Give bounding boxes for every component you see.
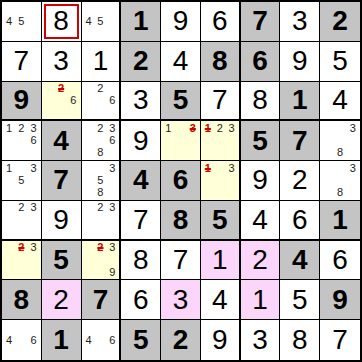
cell-r9c5[interactable]: 2 [161,320,201,360]
cell-r2c6[interactable]: 8 [201,42,241,82]
solved-digit: 6 [133,286,149,314]
cell-r4c7[interactable]: 5 [241,121,281,161]
candidate-4: 4 [83,15,95,27]
solved-digit: 8 [252,86,268,114]
cell-r2c1[interactable]: 7 [2,42,42,82]
cell-r1c2[interactable]: 8 [42,2,82,42]
candidate-2: 2 [15,122,27,134]
candidates: 32 [3,242,40,279]
candidates: 23 [83,202,119,238]
cell-r2c5[interactable]: 4 [161,42,201,82]
cell-r8c3[interactable]: 7 [82,280,122,320]
cell-r4c1[interactable]: 1236 [2,121,42,161]
candidate-3: 3 [346,162,359,174]
cell-r5c4[interactable]: 4 [121,161,161,201]
cell-r6c5[interactable]: 8 [161,201,201,241]
solved-digit: 9 [133,127,149,155]
cell-r3c1[interactable]: 9 [2,82,42,122]
candidate-4: 4 [3,334,15,347]
cell-r6c7[interactable]: 4 [241,201,281,241]
cell-r5c3[interactable]: 358 [82,161,122,201]
solved-digit: 7 [212,86,228,114]
given-digit: 5 [173,86,189,114]
cell-r9c7[interactable]: 3 [241,320,281,360]
cell-r5c5[interactable]: 6 [161,161,201,201]
given-digit: 1 [332,206,348,234]
solved-digit: 9 [212,326,228,354]
solved-digit: 4 [212,286,228,314]
candidate-5: 5 [94,15,106,27]
given-digit: 8 [173,206,189,234]
cell-r5c2[interactable]: 7 [42,161,82,201]
solved-digit: 3 [292,7,308,35]
candidate-6: 6 [67,94,79,106]
given-digit: 9 [332,286,348,314]
struck-candidate-1: 1 [202,122,214,134]
candidates: 45 [83,3,119,40]
candidates: 46 [3,321,40,359]
solved-digit: 6 [332,246,348,274]
solved-digit: 4 [173,47,189,75]
struck-candidate-1: 1 [202,162,214,174]
candidates: 46 [83,321,119,359]
candidate-3: 3 [106,122,118,134]
candidates: 45 [3,3,40,40]
given-digit: 6 [252,47,268,75]
cell-r7c4[interactable]: 8 [121,241,161,281]
candidates: 62 [43,83,80,119]
solved-digit: 2 [252,246,268,274]
solved-digit: 2 [292,166,308,194]
cell-r3c5[interactable]: 5 [161,82,201,122]
candidate-3: 3 [28,202,40,214]
cell-r7c2[interactable]: 5 [42,241,82,281]
candidate-2: 2 [94,83,106,95]
candidates: 135 [3,162,40,199]
given-digit: 1 [133,7,149,35]
candidate-3: 3 [106,202,118,214]
given-digit: 6 [173,166,189,194]
candidate-2: 2 [15,202,27,214]
solved-digit: 3 [133,86,149,114]
cell-r4c4[interactable]: 9 [121,121,161,161]
solved-digit: 1 [252,286,268,314]
solved-digit: 2 [53,286,69,314]
candidates: 23 [3,202,40,238]
cell-r3c7[interactable]: 8 [241,82,281,122]
cell-r4c9[interactable]: 38 [320,121,360,161]
given-digit: 5 [212,206,228,234]
solved-digit: 9 [173,7,189,35]
cell-r5c9[interactable]: 38 [320,161,360,201]
candidate-4: 4 [3,15,15,27]
candidate-2: 2 [94,122,106,134]
candidates: 392 [83,242,119,279]
candidates: 1236 [3,122,40,159]
given-digit: 1 [53,326,69,354]
cell-r8c7[interactable]: 1 [241,280,281,320]
given-digit: 2 [173,326,189,354]
given-digit: 5 [252,127,268,155]
cell-r1c1[interactable]: 45 [2,2,42,42]
solved-digit: 7 [133,206,149,234]
cell-r5c7[interactable]: 9 [241,161,281,201]
cell-r7c8[interactable]: 4 [280,241,320,281]
candidate-3: 3 [346,122,359,134]
cell-r9c4[interactable]: 5 [121,320,161,360]
cell-r3c4[interactable]: 3 [121,82,161,122]
candidates: 31 [202,162,238,199]
candidate-3: 3 [226,162,238,174]
cell-r1c5[interactable]: 9 [161,2,201,42]
candidates: 2368 [83,122,119,159]
given-digit: 5 [53,246,69,274]
candidates: 38 [321,162,359,199]
solved-digit: 4 [252,206,268,234]
candidate-3: 3 [106,162,118,174]
cell-r3c2[interactable]: 62 [42,82,82,122]
given-digit: 5 [133,326,149,354]
cell-r7c5[interactable]: 7 [161,241,201,281]
solved-digit: 3 [53,47,69,75]
given-digit: 9 [14,86,30,114]
cell-r2c7[interactable]: 6 [241,42,281,82]
cell-r3c6[interactable]: 7 [201,82,241,122]
cell-r8c6[interactable]: 4 [201,280,241,320]
cell-r7c3[interactable]: 392 [82,241,122,281]
given-digit: 4 [53,127,69,155]
solved-digit: 1 [93,47,109,75]
candidates: 358 [83,162,119,199]
candidate-2: 2 [94,202,106,214]
solved-digit: 7 [14,47,30,75]
cell-r7c6[interactable]: 1 [201,241,241,281]
solved-digit: 1 [212,246,228,274]
candidate-8: 8 [334,187,347,199]
solved-digit: 8 [53,7,69,35]
sudoku-board: 4584519673273124869596226357814123642368… [0,0,362,362]
given-digit: 4 [133,166,149,194]
cell-r8c9[interactable]: 9 [320,280,360,320]
candidate-9: 9 [106,266,118,278]
candidate-3: 3 [28,162,40,174]
cell-r1c6[interactable]: 6 [201,2,241,42]
candidates: 231 [202,122,238,159]
candidate-8: 8 [94,147,106,159]
struck-candidate-2: 2 [55,83,67,95]
candidates: 13 [162,122,199,159]
given-digit: 7 [252,7,268,35]
cell-r1c3[interactable]: 45 [82,2,122,42]
cell-r8c5[interactable]: 3 [161,280,201,320]
candidate-6: 6 [106,135,118,147]
candidate-3: 3 [226,122,238,134]
candidate-5: 5 [94,174,106,186]
cell-r2c2[interactable]: 3 [42,42,82,82]
cell-r9c1[interactable]: 46 [2,320,42,360]
solved-digit: 4 [332,86,348,114]
cell-r7c1[interactable]: 32 [2,241,42,281]
candidate-5: 5 [15,15,27,27]
cell-r8c8[interactable]: 5 [280,280,320,320]
given-digit: 7 [93,286,109,314]
solved-digit: 3 [173,286,189,314]
cell-r6c6[interactable]: 5 [201,201,241,241]
solved-digit: 3 [252,326,268,354]
cell-r2c9[interactable]: 5 [320,42,360,82]
cell-r8c2[interactable]: 2 [42,280,82,320]
candidate-1: 1 [3,122,15,134]
candidate-6: 6 [28,334,40,347]
cell-r4c5[interactable]: 13 [161,121,201,161]
solved-digit: 5 [332,47,348,75]
cell-r1c8[interactable]: 3 [280,2,320,42]
solved-digit: 8 [292,326,308,354]
cell-r6c4[interactable]: 7 [121,201,161,241]
candidate-3: 3 [106,242,118,254]
cell-r5c1[interactable]: 135 [2,161,42,201]
candidate-5: 5 [15,174,27,186]
cell-r5c8[interactable]: 2 [280,161,320,201]
cell-r6c8[interactable]: 6 [280,201,320,241]
given-digit: 2 [332,7,348,35]
struck-candidate-2: 2 [94,242,106,254]
candidate-1: 1 [162,122,174,134]
solved-digit: 7 [173,246,189,274]
candidate-1: 1 [3,162,15,174]
struck-candidate-2: 2 [15,242,27,254]
cell-r4c6[interactable]: 231 [201,121,241,161]
cell-r5c6[interactable]: 31 [201,161,241,201]
cell-r1c7[interactable]: 7 [241,2,281,42]
candidate-6: 6 [106,94,118,106]
cell-r3c3[interactable]: 26 [82,82,122,122]
cell-r4c3[interactable]: 2368 [82,121,122,161]
cell-r9c2[interactable]: 1 [42,320,82,360]
cell-r8c4[interactable]: 6 [121,280,161,320]
cell-r8c1[interactable]: 8 [2,280,42,320]
given-digit: 7 [292,127,308,155]
cell-r6c1[interactable]: 23 [2,201,42,241]
given-digit: 2 [133,47,149,75]
cell-r2c4[interactable]: 2 [121,42,161,82]
candidate-3: 3 [28,122,40,134]
solved-digit: 7 [332,326,348,354]
candidate-2: 2 [214,122,226,134]
solved-digit: 6 [292,206,308,234]
struck-candidate-3: 3 [187,122,199,134]
given-digit: 1 [292,86,308,114]
cell-r2c3[interactable]: 1 [82,42,122,82]
cell-r4c2[interactable]: 4 [42,121,82,161]
given-digit: 8 [212,47,228,75]
candidates: 38 [321,122,359,159]
cell-r3c9[interactable]: 4 [320,82,360,122]
cell-r9c8[interactable]: 8 [280,320,320,360]
candidate-4: 4 [83,334,95,347]
given-digit: 7 [53,166,69,194]
solved-digit: 8 [133,246,149,274]
candidate-8: 8 [94,187,106,199]
given-digit: 8 [14,286,30,314]
cell-r1c9[interactable]: 2 [320,2,360,42]
given-digit: 4 [292,246,308,274]
cell-r6c9[interactable]: 1 [320,201,360,241]
cell-r6c2[interactable]: 9 [42,201,82,241]
cell-r1c4[interactable]: 1 [121,2,161,42]
candidate-6: 6 [28,135,40,147]
solved-digit: 9 [292,47,308,75]
candidates: 26 [83,83,119,119]
cell-r9c3[interactable]: 46 [82,320,122,360]
cell-r9c9[interactable]: 7 [320,320,360,360]
cell-r2c8[interactable]: 9 [280,42,320,82]
candidate-8: 8 [334,147,347,159]
solved-digit: 9 [252,166,268,194]
cell-r3c8[interactable]: 1 [280,82,320,122]
solved-digit: 9 [53,206,69,234]
cell-r9c6[interactable]: 9 [201,320,241,360]
solved-digit: 5 [292,286,308,314]
candidate-3: 3 [28,242,40,254]
cell-r4c8[interactable]: 7 [280,121,320,161]
cell-r6c3[interactable]: 23 [82,201,122,241]
candidate-6: 6 [106,334,118,347]
cell-r7c9[interactable]: 6 [320,241,360,281]
solved-digit: 6 [212,7,228,35]
cell-r7c7[interactable]: 2 [241,241,281,281]
